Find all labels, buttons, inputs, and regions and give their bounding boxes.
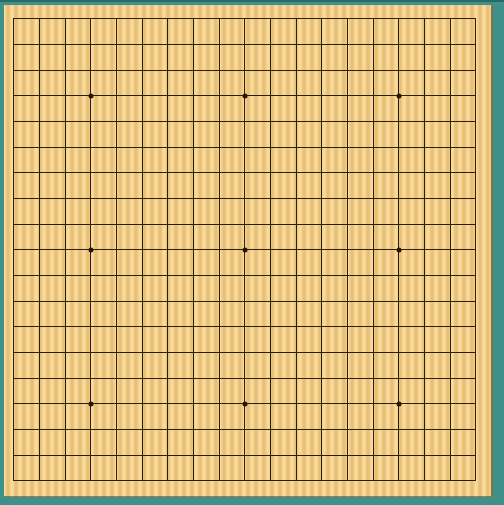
grid-line-vertical <box>373 18 374 481</box>
grid-line-horizontal <box>13 455 476 456</box>
star-point <box>88 401 93 406</box>
star-point <box>396 247 401 252</box>
star-point <box>242 93 247 98</box>
star-point <box>242 401 247 406</box>
star-point <box>242 247 247 252</box>
grid-line-vertical <box>347 18 348 481</box>
grid-line-horizontal <box>13 480 476 481</box>
star-point <box>88 247 93 252</box>
grid-line-horizontal <box>13 275 476 276</box>
grid-line-horizontal <box>13 429 476 430</box>
grid-line-horizontal <box>13 301 476 302</box>
star-point <box>396 93 401 98</box>
go-app-frame <box>0 0 504 505</box>
grid-line-vertical <box>321 18 322 481</box>
star-point <box>396 401 401 406</box>
grid-line-horizontal <box>13 352 476 353</box>
grid-line-vertical <box>296 18 297 481</box>
grid-line-horizontal <box>13 326 476 327</box>
star-point <box>88 93 93 98</box>
grid-line-vertical <box>424 18 425 481</box>
grid-line-vertical <box>270 18 271 481</box>
grid-line-vertical <box>450 18 451 481</box>
go-board[interactable] <box>4 5 493 497</box>
grid-line-horizontal <box>13 378 476 379</box>
grid-line-vertical <box>475 18 476 481</box>
